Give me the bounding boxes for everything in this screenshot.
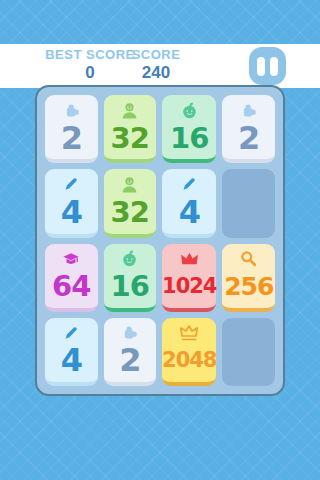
tile-number: 4 bbox=[61, 340, 82, 382]
pause-button[interactable] bbox=[249, 47, 286, 85]
score-value: 240 bbox=[116, 63, 196, 83]
tile-2[interactable]: 2 bbox=[45, 95, 98, 163]
tile-4[interactable]: 4 bbox=[45, 318, 98, 386]
tile-2[interactable]: 2 bbox=[104, 318, 157, 386]
game-board[interactable]: 232162432464161024256422048 bbox=[35, 85, 285, 396]
score-box: SCORE 240 bbox=[116, 47, 196, 83]
pause-icon bbox=[257, 57, 265, 76]
tile-number: 16 bbox=[111, 266, 149, 308]
tile-number: 2 bbox=[61, 117, 82, 159]
score-bar: BEST SCORE 0 SCORE 240 bbox=[0, 44, 320, 88]
tile-2048[interactable]: 2048 bbox=[162, 318, 216, 386]
tile-4[interactable]: 4 bbox=[45, 169, 98, 237]
tile-number: 1024 bbox=[162, 266, 216, 308]
tile-number: 32 bbox=[111, 191, 149, 233]
tile-32[interactable]: 32 bbox=[104, 95, 157, 163]
tile-16[interactable]: 16 bbox=[162, 95, 216, 163]
tile-number: 64 bbox=[52, 266, 90, 308]
tile-4[interactable]: 4 bbox=[162, 169, 216, 237]
tile-16[interactable]: 16 bbox=[104, 244, 157, 312]
tile-number: 16 bbox=[170, 117, 208, 159]
tile-256[interactable]: 256 bbox=[222, 244, 275, 312]
tile-number: 2 bbox=[238, 117, 259, 159]
tile-1024[interactable]: 1024 bbox=[162, 244, 216, 312]
empty-cell bbox=[222, 169, 275, 237]
tile-number: 2048 bbox=[162, 340, 216, 382]
tile-number: 32 bbox=[111, 117, 149, 159]
tile-number: 2 bbox=[119, 340, 140, 382]
tile-64[interactable]: 64 bbox=[45, 244, 98, 312]
tile-number: 256 bbox=[224, 266, 273, 308]
tile-32[interactable]: 32 bbox=[104, 169, 157, 237]
tile-number: 4 bbox=[179, 191, 200, 233]
empty-cell bbox=[222, 318, 275, 386]
tile-2[interactable]: 2 bbox=[222, 95, 275, 163]
game-screen: BEST SCORE 0 SCORE 240 23216243246416102… bbox=[0, 0, 320, 480]
pause-icon bbox=[270, 57, 278, 76]
score-label: SCORE bbox=[116, 47, 196, 62]
tile-number: 4 bbox=[61, 191, 82, 233]
